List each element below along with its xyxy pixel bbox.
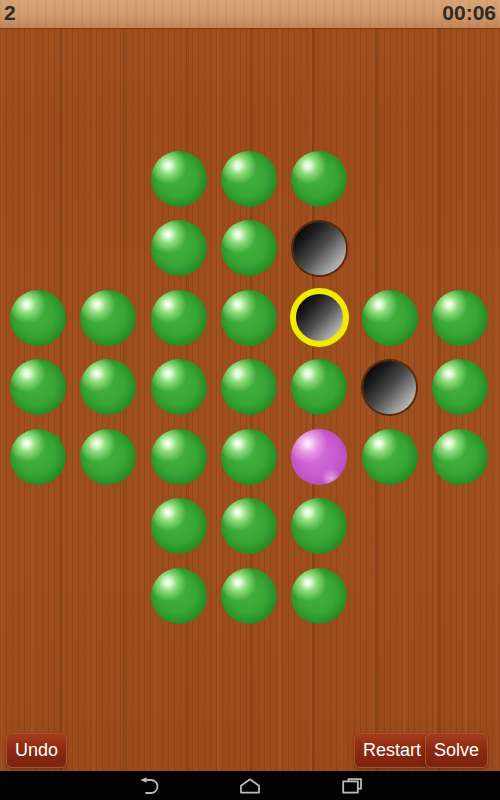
peg-green[interactable] xyxy=(80,290,136,346)
peg-green[interactable] xyxy=(221,359,277,415)
peg-green[interactable] xyxy=(80,359,136,415)
peg-green[interactable] xyxy=(151,429,207,485)
board-cell-r5c5[interactable] xyxy=(284,422,354,492)
status-bar: 2 00:06 xyxy=(0,0,500,28)
peg-green[interactable] xyxy=(151,290,207,346)
board-cell-r4c4[interactable] xyxy=(214,353,284,423)
board-cell-r4c1[interactable] xyxy=(3,353,73,423)
move-counter: 2 xyxy=(4,1,16,25)
undo-button[interactable]: Undo xyxy=(6,733,67,768)
restart-button[interactable]: Restart xyxy=(354,733,430,768)
board-cell-r4c3[interactable] xyxy=(144,353,214,423)
board-cell-r3c1[interactable] xyxy=(3,283,73,353)
peg-green[interactable] xyxy=(151,568,207,624)
peg-green[interactable] xyxy=(10,359,66,415)
peg-green[interactable] xyxy=(10,429,66,485)
android-nav-bar xyxy=(0,771,500,800)
peg-green[interactable] xyxy=(291,568,347,624)
peg-green[interactable] xyxy=(432,290,488,346)
hole-empty[interactable] xyxy=(293,222,346,275)
back-icon[interactable] xyxy=(135,776,161,796)
board-cell-r3c6[interactable] xyxy=(354,283,424,353)
peg-green[interactable] xyxy=(151,220,207,276)
peg-green[interactable] xyxy=(10,290,66,346)
board-cell-r7c5[interactable] xyxy=(284,561,354,631)
board-cell-r2c3[interactable] xyxy=(144,214,214,284)
board-cell-r1c3[interactable] xyxy=(144,144,214,214)
board-cell-r3c3[interactable] xyxy=(144,283,214,353)
hole-target-highlighted[interactable] xyxy=(290,288,349,347)
board-cell-r4c5[interactable] xyxy=(284,353,354,423)
peg-green[interactable] xyxy=(221,290,277,346)
peg-green[interactable] xyxy=(291,359,347,415)
peg-green[interactable] xyxy=(432,359,488,415)
board-cell-r5c2[interactable] xyxy=(73,422,143,492)
board-cell-r5c6[interactable] xyxy=(354,422,424,492)
peg-green[interactable] xyxy=(362,429,418,485)
board-cell-r3c4[interactable] xyxy=(214,283,284,353)
board-cell-r3c5[interactable] xyxy=(284,283,354,353)
board-cell-r2c4[interactable] xyxy=(214,214,284,284)
board-cell-r6c4[interactable] xyxy=(214,492,284,562)
peg-green[interactable] xyxy=(151,498,207,554)
board-cell-r4c2[interactable] xyxy=(73,353,143,423)
peg-green[interactable] xyxy=(432,429,488,485)
peg-green[interactable] xyxy=(362,290,418,346)
board-cell-r7c4[interactable] xyxy=(214,561,284,631)
peg-green[interactable] xyxy=(221,429,277,485)
board-cell-r6c5[interactable] xyxy=(284,492,354,562)
recents-icon[interactable] xyxy=(339,776,365,796)
board-cell-r5c3[interactable] xyxy=(144,422,214,492)
board-cell-r2c5[interactable] xyxy=(284,214,354,284)
peg-selected-magenta[interactable] xyxy=(291,429,347,485)
board-cell-r5c4[interactable] xyxy=(214,422,284,492)
peg-solitaire-board xyxy=(3,144,495,631)
peg-green[interactable] xyxy=(151,359,207,415)
solve-button[interactable]: Solve xyxy=(425,733,488,768)
board-cell-r4c6[interactable] xyxy=(354,353,424,423)
board-cell-r3c7[interactable] xyxy=(425,283,495,353)
board-cell-r3c2[interactable] xyxy=(73,283,143,353)
peg-green[interactable] xyxy=(221,498,277,554)
board-cell-r4c7[interactable] xyxy=(425,353,495,423)
board-cell-r5c1[interactable] xyxy=(3,422,73,492)
board-cell-r6c3[interactable] xyxy=(144,492,214,562)
board-cell-r7c3[interactable] xyxy=(144,561,214,631)
timer: 00:06 xyxy=(442,1,496,25)
home-icon[interactable] xyxy=(237,776,263,796)
hole-empty[interactable] xyxy=(363,361,416,414)
board-cell-r1c5[interactable] xyxy=(284,144,354,214)
peg-green[interactable] xyxy=(80,429,136,485)
board-cell-r1c4[interactable] xyxy=(214,144,284,214)
app-screen: 2 00:06 Undo Restart Solve xyxy=(0,0,500,800)
peg-green[interactable] xyxy=(221,151,277,207)
peg-green[interactable] xyxy=(291,498,347,554)
peg-green[interactable] xyxy=(221,220,277,276)
peg-green[interactable] xyxy=(151,151,207,207)
peg-green[interactable] xyxy=(221,568,277,624)
board-cell-r5c7[interactable] xyxy=(425,422,495,492)
peg-green[interactable] xyxy=(291,151,347,207)
